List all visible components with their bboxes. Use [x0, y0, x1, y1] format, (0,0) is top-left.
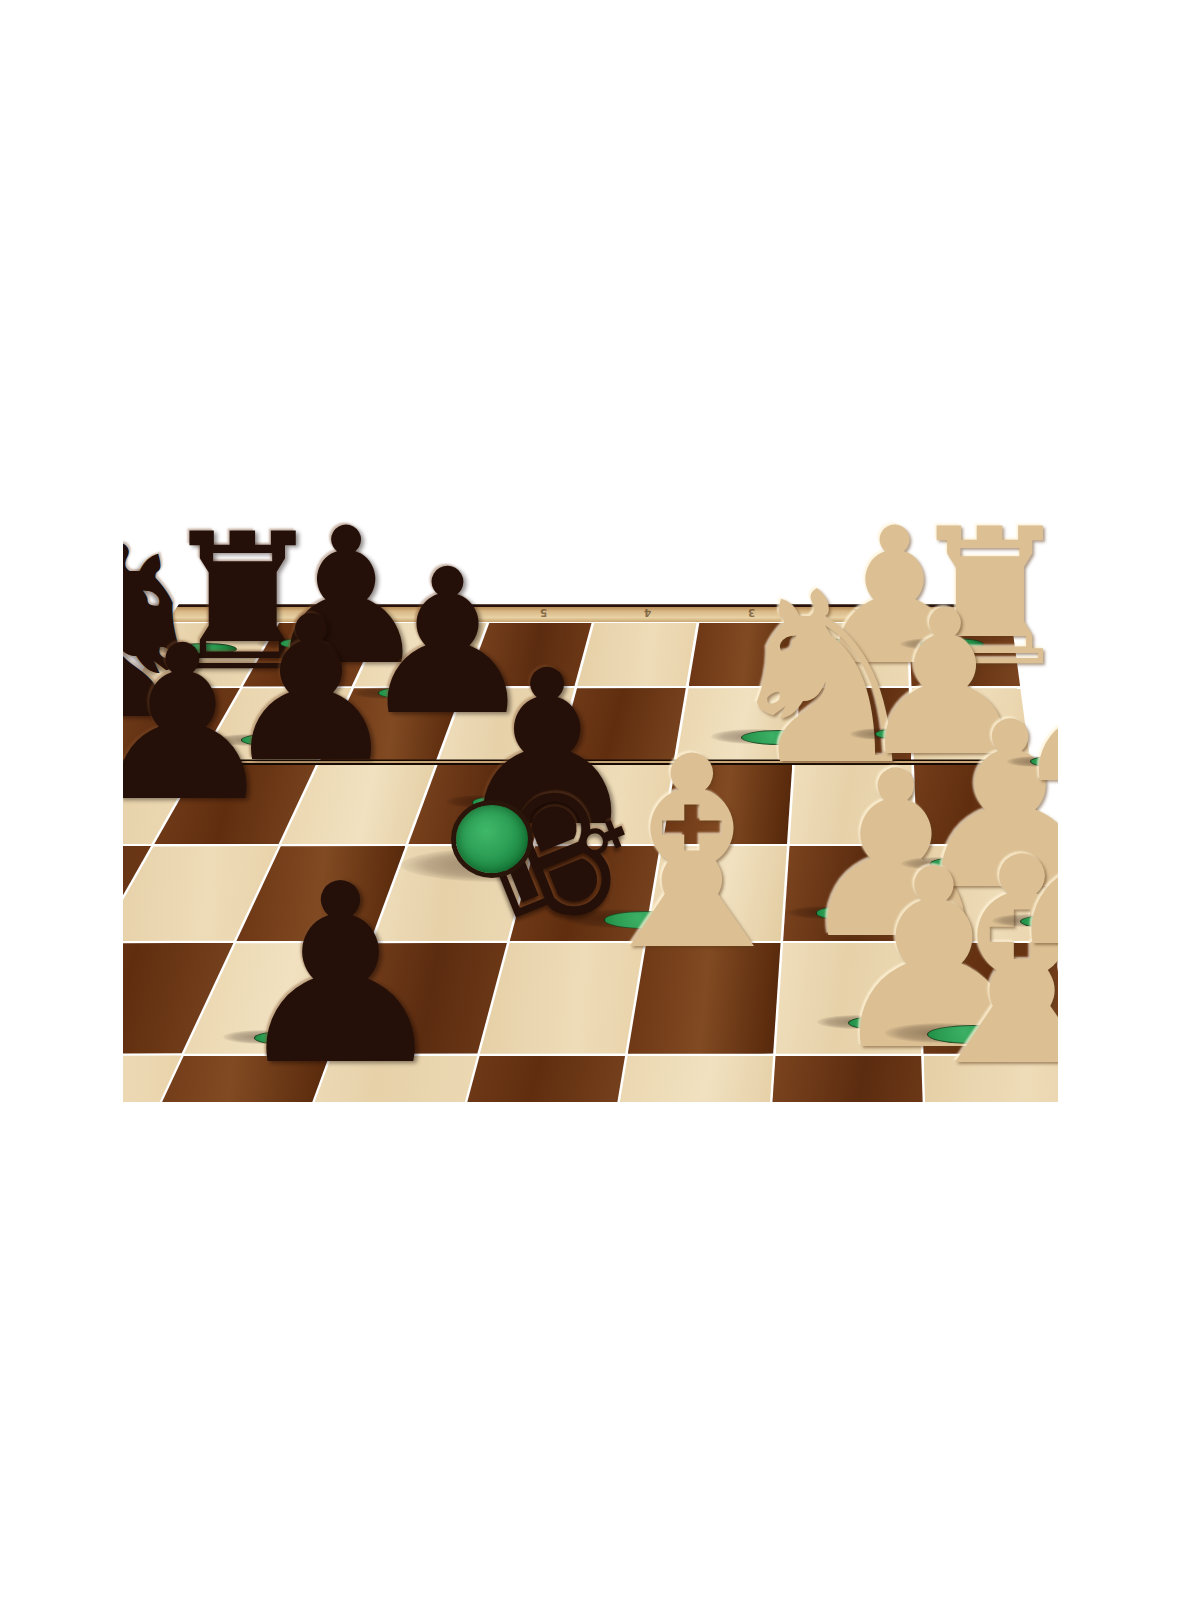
- chess-pieces-layer: ♜♞♟♟♟♟♟♟♚♝♞♟♟♟♟♜♟♝♟♟: [123, 430, 1058, 1102]
- piece-black-pawn-c8[interactable]: ♟: [123, 657, 183, 781]
- pawn-glyph: ♟: [123, 617, 183, 831]
- pawn-glyph: ♟: [230, 852, 342, 1100]
- pawn-glyph: ♟: [358, 543, 449, 743]
- square-f3[interactable]: [606, 1056, 773, 1102]
- piece-black-pawn-e7[interactable]: ♟: [230, 898, 342, 1042]
- bishop-glyph: ♝: [573, 722, 717, 987]
- pawn-glyph: ♟: [1012, 626, 1058, 808]
- page-background: 87654321 ♜♞♟♟♟♟♟♟♚♝♞♟♟♟♟♜♟♝♟♟: [0, 0, 1200, 1600]
- rank-label-4: 4: [627, 607, 667, 619]
- piece-black-pawn-b6[interactable]: ♟: [358, 580, 449, 696]
- chessboard-photo: 87654321 ♜♞♟♟♟♟♟♟♚♝♞♟♟♟♟♜♟♝♟♟: [123, 430, 1058, 1102]
- clipped-white-piece-2[interactable]: ♟: [1012, 659, 1058, 765]
- king-felt-base: [456, 805, 528, 873]
- piece-white-bishop-d4[interactable]: ♝: [573, 740, 717, 925]
